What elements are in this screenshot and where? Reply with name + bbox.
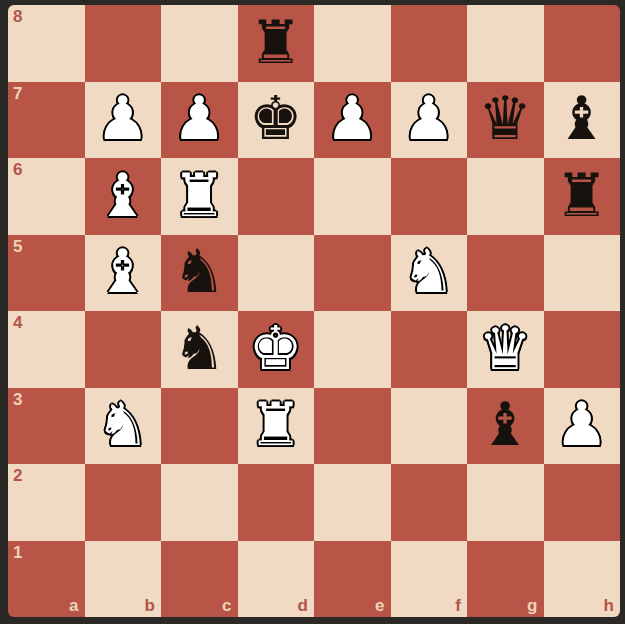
- rank-label-1: 1: [13, 544, 22, 561]
- file-label-c: c: [222, 597, 231, 614]
- file-label-d: d: [298, 597, 308, 614]
- square-e2[interactable]: [314, 464, 391, 541]
- square-c3[interactable]: [161, 388, 238, 465]
- piece-white-knight[interactable]: ♞: [402, 241, 456, 301]
- piece-white-bishop[interactable]: ♝: [96, 165, 150, 225]
- square-c1[interactable]: c: [161, 541, 238, 618]
- square-d8[interactable]: ♜: [238, 5, 315, 82]
- square-e8[interactable]: [314, 5, 391, 82]
- square-g3[interactable]: ♝: [467, 388, 544, 465]
- rank-label-2: 2: [13, 467, 22, 484]
- square-c5[interactable]: ♞: [161, 235, 238, 312]
- piece-white-pawn[interactable]: ♟: [555, 394, 609, 454]
- file-label-g: g: [527, 597, 537, 614]
- square-b3[interactable]: ♞: [85, 388, 162, 465]
- square-d7[interactable]: ♚: [238, 82, 315, 159]
- square-c8[interactable]: [161, 5, 238, 82]
- piece-white-pawn[interactable]: ♟: [402, 88, 456, 148]
- square-a2[interactable]: 2: [8, 464, 85, 541]
- piece-black-knight[interactable]: ♞: [172, 241, 226, 301]
- square-g1[interactable]: g: [467, 541, 544, 618]
- square-e7[interactable]: ♟: [314, 82, 391, 159]
- square-b5[interactable]: ♝: [85, 235, 162, 312]
- square-f7[interactable]: ♟: [391, 82, 468, 159]
- square-f5[interactable]: ♞: [391, 235, 468, 312]
- square-e5[interactable]: [314, 235, 391, 312]
- piece-white-pawn[interactable]: ♟: [172, 88, 226, 148]
- file-label-e: e: [375, 597, 384, 614]
- piece-white-rook[interactable]: ♜: [172, 165, 226, 225]
- square-e3[interactable]: [314, 388, 391, 465]
- square-h4[interactable]: [544, 311, 621, 388]
- square-d3[interactable]: ♜: [238, 388, 315, 465]
- square-h7[interactable]: ♝: [544, 82, 621, 159]
- square-b1[interactable]: b: [85, 541, 162, 618]
- piece-white-rook[interactable]: ♜: [249, 394, 303, 454]
- square-a4[interactable]: 4: [8, 311, 85, 388]
- square-g2[interactable]: [467, 464, 544, 541]
- square-c4[interactable]: ♞: [161, 311, 238, 388]
- square-h2[interactable]: [544, 464, 621, 541]
- square-h6[interactable]: ♜: [544, 158, 621, 235]
- square-a5[interactable]: 5: [8, 235, 85, 312]
- square-h8[interactable]: [544, 5, 621, 82]
- piece-black-rook[interactable]: ♜: [555, 165, 609, 225]
- rank-label-6: 6: [13, 161, 22, 178]
- piece-black-bishop[interactable]: ♝: [478, 394, 532, 454]
- file-label-f: f: [455, 597, 461, 614]
- square-f4[interactable]: [391, 311, 468, 388]
- rank-label-8: 8: [13, 8, 22, 25]
- square-g8[interactable]: [467, 5, 544, 82]
- piece-white-bishop[interactable]: ♝: [96, 241, 150, 301]
- rank-label-7: 7: [13, 85, 22, 102]
- square-b6[interactable]: ♝: [85, 158, 162, 235]
- square-b7[interactable]: ♟: [85, 82, 162, 159]
- square-d2[interactable]: [238, 464, 315, 541]
- piece-black-king[interactable]: ♚: [249, 88, 303, 148]
- square-a1[interactable]: 1a: [8, 541, 85, 618]
- square-e1[interactable]: e: [314, 541, 391, 618]
- rank-label-3: 3: [13, 391, 22, 408]
- square-b4[interactable]: [85, 311, 162, 388]
- square-f8[interactable]: [391, 5, 468, 82]
- piece-black-queen[interactable]: ♛: [478, 88, 532, 148]
- square-a7[interactable]: 7: [8, 82, 85, 159]
- rank-label-5: 5: [13, 238, 22, 255]
- piece-black-bishop[interactable]: ♝: [555, 88, 609, 148]
- piece-white-king[interactable]: ♚: [249, 318, 303, 378]
- square-e6[interactable]: [314, 158, 391, 235]
- piece-white-knight[interactable]: ♞: [96, 394, 150, 454]
- square-a6[interactable]: 6: [8, 158, 85, 235]
- square-b2[interactable]: [85, 464, 162, 541]
- square-c7[interactable]: ♟: [161, 82, 238, 159]
- square-f1[interactable]: f: [391, 541, 468, 618]
- square-f3[interactable]: [391, 388, 468, 465]
- file-label-b: b: [145, 597, 155, 614]
- square-d4[interactable]: ♚: [238, 311, 315, 388]
- square-a8[interactable]: 8: [8, 5, 85, 82]
- square-f2[interactable]: [391, 464, 468, 541]
- square-d5[interactable]: [238, 235, 315, 312]
- square-g7[interactable]: ♛: [467, 82, 544, 159]
- square-h1[interactable]: h: [544, 541, 621, 618]
- chess-board: 8♜7♟♟♚♟♟♛♝6♝♜♜5♝♞♞4♞♚♛3♞♜♝♟21abcdefgh: [8, 5, 620, 617]
- square-d1[interactable]: d: [238, 541, 315, 618]
- square-h5[interactable]: [544, 235, 621, 312]
- piece-black-knight[interactable]: ♞: [172, 318, 226, 378]
- board-frame: 8♜7♟♟♚♟♟♛♝6♝♜♜5♝♞♞4♞♚♛3♞♜♝♟21abcdefgh: [0, 0, 625, 624]
- square-c6[interactable]: ♜: [161, 158, 238, 235]
- square-f6[interactable]: [391, 158, 468, 235]
- square-d6[interactable]: [238, 158, 315, 235]
- square-e4[interactable]: [314, 311, 391, 388]
- square-c2[interactable]: [161, 464, 238, 541]
- file-label-a: a: [69, 597, 78, 614]
- square-b8[interactable]: [85, 5, 162, 82]
- square-h3[interactable]: ♟: [544, 388, 621, 465]
- rank-label-4: 4: [13, 314, 22, 331]
- piece-black-rook[interactable]: ♜: [249, 12, 303, 72]
- square-g5[interactable]: [467, 235, 544, 312]
- piece-white-pawn[interactable]: ♟: [325, 88, 379, 148]
- square-g6[interactable]: [467, 158, 544, 235]
- square-a3[interactable]: 3: [8, 388, 85, 465]
- piece-white-queen[interactable]: ♛: [478, 318, 532, 378]
- square-g4[interactable]: ♛: [467, 311, 544, 388]
- piece-white-pawn[interactable]: ♟: [96, 88, 150, 148]
- file-label-h: h: [604, 597, 614, 614]
